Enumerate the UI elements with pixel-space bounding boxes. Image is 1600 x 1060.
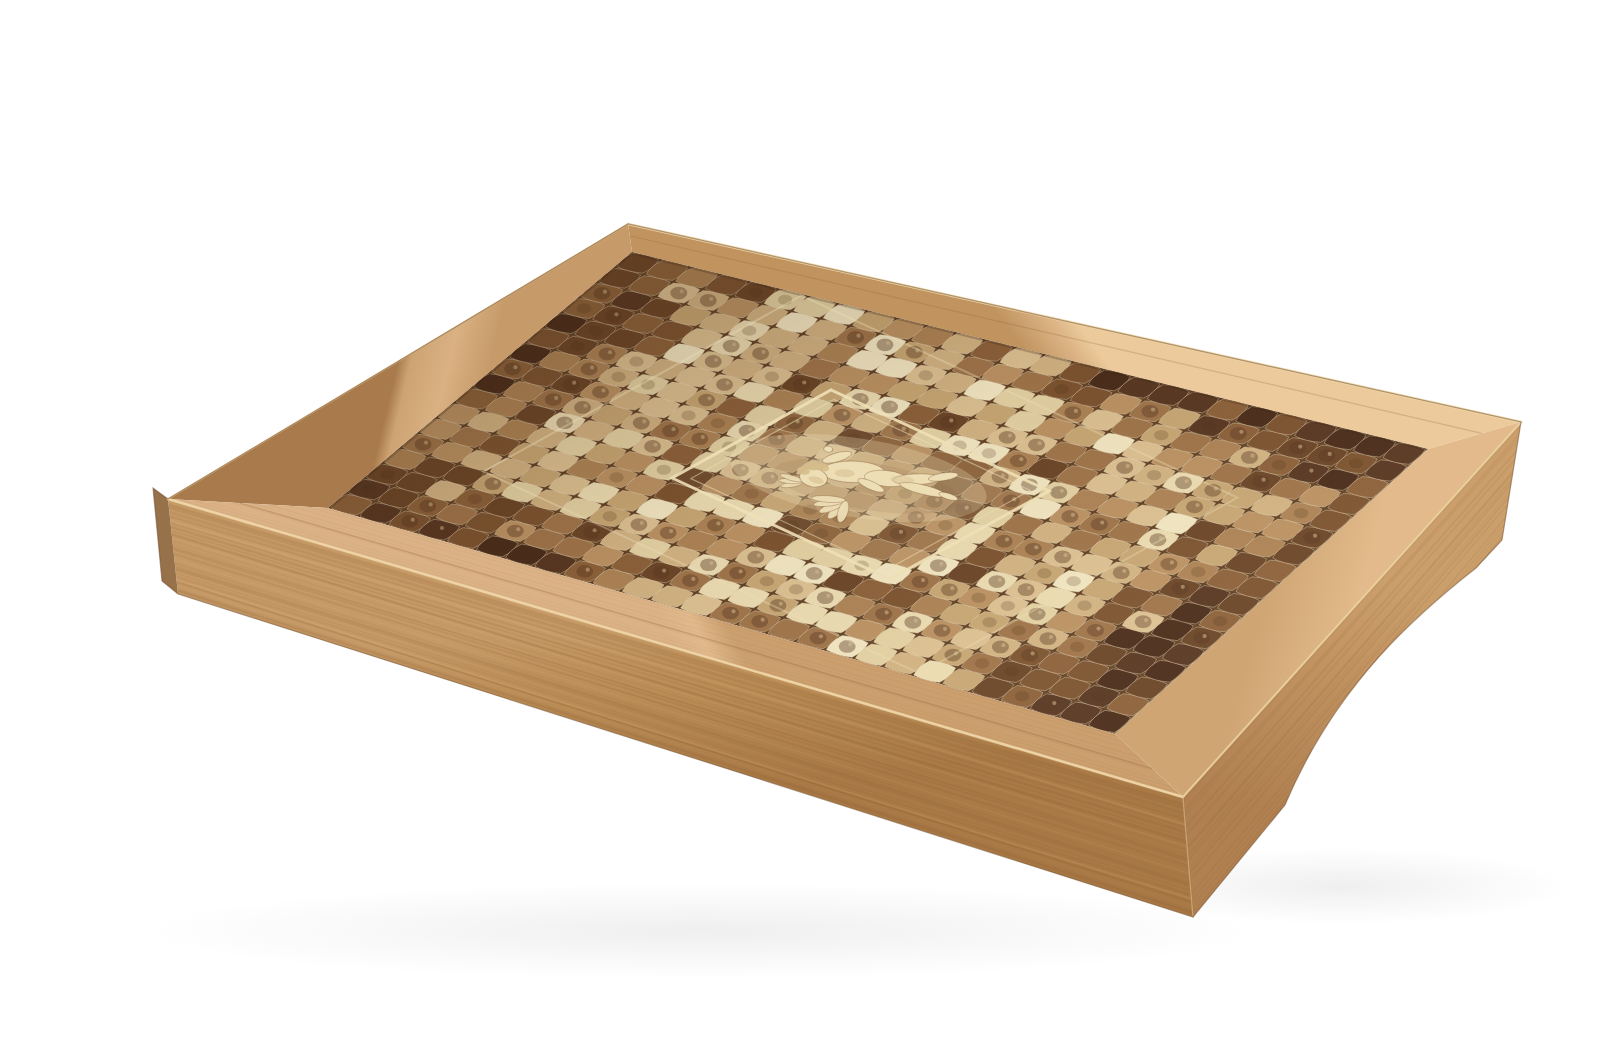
tray-product-photo	[40, 16, 1600, 1060]
tray-scene	[40, 16, 1600, 1060]
